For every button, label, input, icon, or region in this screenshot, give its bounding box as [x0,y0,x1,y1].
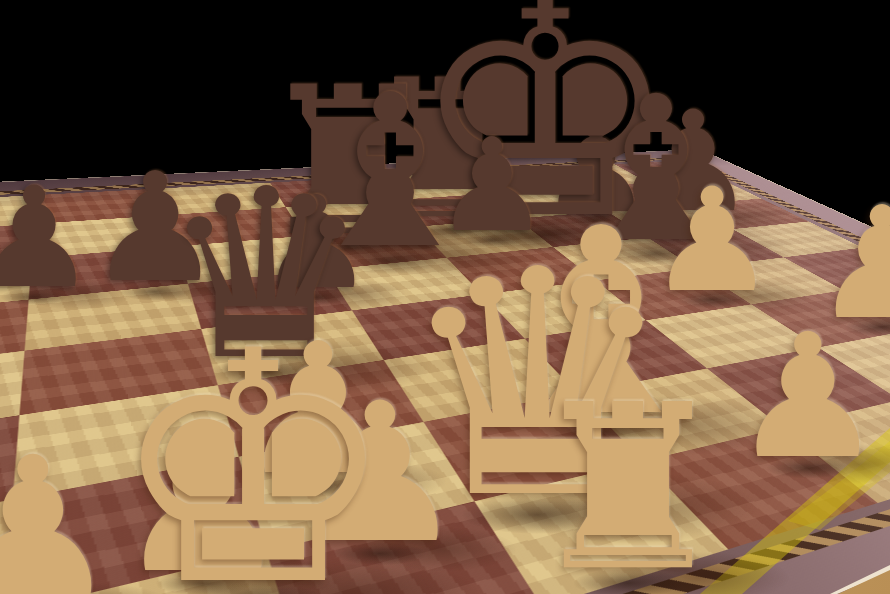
piece-white-pawn-b3[interactable]: ♟ [0,431,120,594]
pieces-layer: ♟♟♜♚♟♜♝♝♟♟♟♟♟♛♝♟♟♛♟♜♟♚♟ [0,0,890,594]
chess-scene: ♟♟♜♚♟♜♝♝♟♟♟♟♟♛♝♟♟♛♟♜♟♚♟ [0,0,890,594]
piece-white-king-b2[interactable]: ♚ [110,310,397,594]
piece-white-pawn-f3[interactable]: ♟ [731,311,885,483]
piece-black-pawn-b7[interactable]: ♟ [0,169,96,308]
piece-white-rook-d3[interactable]: ♜ [526,375,730,594]
